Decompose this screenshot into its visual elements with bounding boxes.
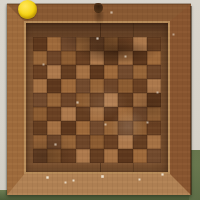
square-r5c2[interactable] [61,107,75,121]
square-r1c3[interactable] [76,51,90,65]
square-r8c2[interactable] [61,149,75,163]
square-r8c8[interactable] [147,149,161,163]
square-r6c5[interactable] [104,121,118,135]
square-r4c8[interactable] [147,93,161,107]
square-r5c6[interactable] [118,107,132,121]
square-r0c3[interactable] [76,37,90,51]
square-r0c6[interactable] [118,37,132,51]
square-r0c1[interactable] [47,37,61,51]
square-r3c7[interactable] [133,79,147,93]
square-r7c0[interactable] [33,135,47,149]
square-r1c2[interactable] [61,51,75,65]
square-r3c5[interactable] [104,79,118,93]
square-r7c8[interactable] [147,135,161,149]
square-r8c5[interactable] [104,149,118,163]
square-r8c0[interactable] [33,149,47,163]
square-r7c2[interactable] [61,135,75,149]
square-r1c7[interactable] [133,51,147,65]
square-r7c5[interactable] [104,135,118,149]
square-r0c7[interactable] [133,37,147,51]
board-grid [33,37,161,163]
square-r4c5[interactable] [104,93,118,107]
square-r5c0[interactable] [33,107,47,121]
square-r2c8[interactable] [147,65,161,79]
square-r5c7[interactable] [133,107,147,121]
square-r3c1[interactable] [47,79,61,93]
square-r0c8[interactable] [147,37,161,51]
square-r4c3[interactable] [76,93,90,107]
square-r6c4[interactable] [90,121,104,135]
square-r2c7[interactable] [133,65,147,79]
square-r3c8[interactable] [147,79,161,93]
square-r3c3[interactable] [76,79,90,93]
square-r4c1[interactable] [47,93,61,107]
square-r2c1[interactable] [47,65,61,79]
square-r3c2[interactable] [61,79,75,93]
square-r8c4[interactable] [90,149,104,163]
square-r7c3[interactable] [76,135,90,149]
square-r1c5[interactable] [104,51,118,65]
square-r1c0[interactable] [33,51,47,65]
square-r2c4[interactable] [90,65,104,79]
square-r0c5[interactable] [104,37,118,51]
square-r7c7[interactable] [133,135,147,149]
square-r0c4[interactable] [90,37,104,51]
square-r2c2[interactable] [61,65,75,79]
square-r0c2[interactable] [61,37,75,51]
square-r6c0[interactable] [33,121,47,135]
square-r6c1[interactable] [47,121,61,135]
square-r7c6[interactable] [118,135,132,149]
square-r4c0[interactable] [33,93,47,107]
square-r5c4[interactable] [90,107,104,121]
square-r7c4[interactable] [90,135,104,149]
board-field [26,23,168,172]
square-r5c5[interactable] [104,107,118,121]
square-r6c2[interactable] [61,121,75,135]
square-r1c4[interactable] [90,51,104,65]
square-r4c4[interactable] [90,93,104,107]
square-r4c2[interactable] [61,93,75,107]
square-r8c6[interactable] [118,149,132,163]
square-r7c1[interactable] [47,135,61,149]
price-sticker [18,0,37,19]
square-r8c7[interactable] [133,149,147,163]
square-r2c3[interactable] [76,65,90,79]
square-r5c1[interactable] [47,107,61,121]
square-r2c5[interactable] [104,65,118,79]
square-r2c6[interactable] [118,65,132,79]
square-r1c1[interactable] [47,51,61,65]
square-r2c0[interactable] [33,65,47,79]
checkerboard [7,4,191,195]
frame-right-shadow [190,6,192,195]
square-r4c7[interactable] [133,93,147,107]
square-r8c1[interactable] [47,149,61,163]
square-r6c8[interactable] [147,121,161,135]
square-r0c0[interactable] [33,37,47,51]
square-r3c0[interactable] [33,79,47,93]
square-r3c4[interactable] [90,79,104,93]
square-r8c3[interactable] [76,149,90,163]
square-r6c6[interactable] [118,121,132,135]
square-r5c3[interactable] [76,107,90,121]
square-r5c8[interactable] [147,107,161,121]
square-r3c6[interactable] [118,79,132,93]
square-r4c6[interactable] [118,93,132,107]
square-r1c8[interactable] [147,51,161,65]
square-r1c6[interactable] [118,51,132,65]
square-r6c3[interactable] [76,121,90,135]
square-r6c7[interactable] [133,121,147,135]
